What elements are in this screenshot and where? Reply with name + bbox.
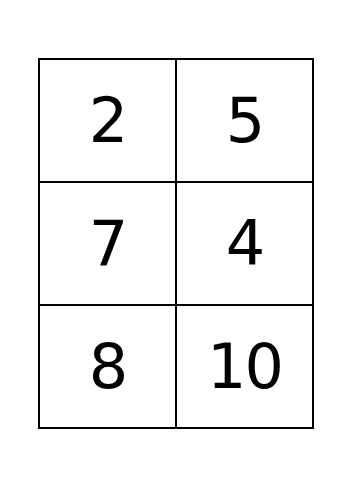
number-card-r1c1: 4 <box>177 183 312 304</box>
board-grid: 2574810 <box>38 58 314 429</box>
flashcard-page: 2574810 <box>0 0 354 500</box>
number-card-r1c0: 7 <box>40 183 175 304</box>
number-card-r2c0: 8 <box>40 306 175 427</box>
number-card-r0c1: 5 <box>177 60 312 181</box>
number-card-r2c1: 10 <box>177 306 312 427</box>
number-card-r0c0: 2 <box>40 60 175 181</box>
